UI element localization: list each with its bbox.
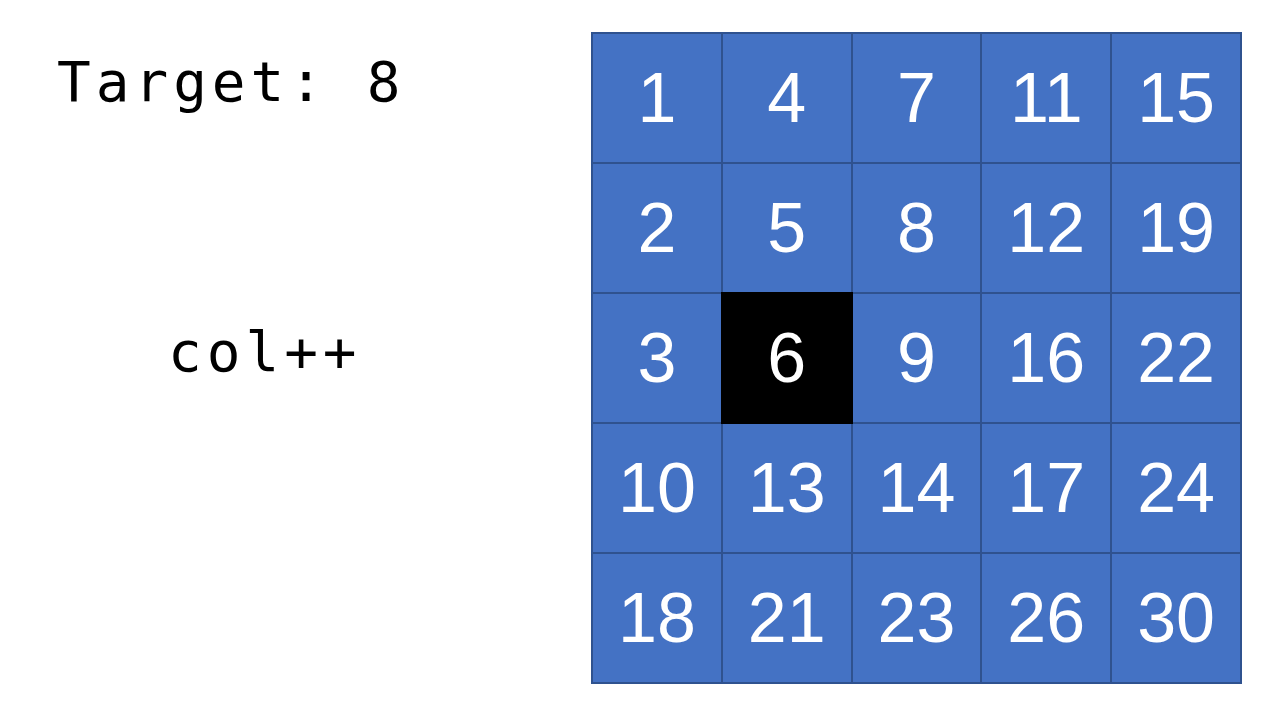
grid-cell: 17 xyxy=(982,424,1110,552)
operation-label: col++ xyxy=(168,318,362,385)
grid-cell: 9 xyxy=(853,294,981,422)
grid-cell: 7 xyxy=(853,34,981,162)
grid-cell: 14 xyxy=(853,424,981,552)
grid-cell: 1 xyxy=(593,34,721,162)
grid-cell: 12 xyxy=(982,164,1110,292)
grid-cell: 21 xyxy=(723,554,851,682)
grid-cell: 10 xyxy=(593,424,721,552)
grid-cell: 24 xyxy=(1112,424,1240,552)
grid-cell: 13 xyxy=(723,424,851,552)
grid-cell: 22 xyxy=(1112,294,1240,422)
number-grid: 1471115258121936916221013141724182123263… xyxy=(591,32,1242,684)
grid-cell: 4 xyxy=(723,34,851,162)
grid-cell: 30 xyxy=(1112,554,1240,682)
grid-cell-cursor: 6 xyxy=(723,294,851,422)
grid-cell: 18 xyxy=(593,554,721,682)
grid-cell: 8 xyxy=(853,164,981,292)
grid-cell: 3 xyxy=(593,294,721,422)
puzzle-stage: Target: 8 col++ 147111525812193691622101… xyxy=(0,0,1280,720)
grid-cell: 19 xyxy=(1112,164,1240,292)
grid-cell: 2 xyxy=(593,164,721,292)
grid-cell: 23 xyxy=(853,554,981,682)
grid-cell: 26 xyxy=(982,554,1110,682)
grid-cell: 5 xyxy=(723,164,851,292)
grid-cell: 15 xyxy=(1112,34,1240,162)
grid-cell: 11 xyxy=(982,34,1110,162)
grid-cell: 16 xyxy=(982,294,1110,422)
target-label: Target: 8 xyxy=(57,48,405,115)
